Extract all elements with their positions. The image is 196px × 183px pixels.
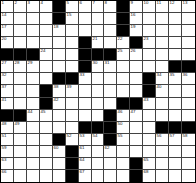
black-square	[66, 146, 79, 158]
black-square	[130, 158, 143, 170]
white-cell[interactable]	[92, 73, 105, 85]
white-cell[interactable]: 23	[143, 37, 156, 49]
white-cell[interactable]	[104, 158, 117, 170]
white-cell[interactable]: 43	[143, 98, 156, 110]
white-cell[interactable]: 57	[169, 134, 182, 146]
black-square	[92, 122, 105, 134]
white-cell[interactable]	[117, 146, 130, 158]
clue-number: 42	[53, 98, 58, 102]
clue-number: 5	[66, 1, 69, 5]
clue-number: 53	[79, 134, 84, 138]
white-cell[interactable]	[156, 98, 169, 110]
white-cell[interactable]: 38	[53, 85, 66, 97]
white-cell[interactable]	[27, 13, 40, 25]
white-cell[interactable]	[27, 122, 40, 134]
white-cell[interactable]	[27, 98, 40, 110]
white-cell[interactable]	[104, 37, 117, 49]
clue-number: 39	[66, 85, 71, 89]
clue-number: 26	[130, 49, 135, 53]
white-cell[interactable]: 3	[27, 1, 40, 13]
white-cell[interactable]: 63	[1, 158, 14, 170]
white-cell[interactable]	[66, 37, 79, 49]
white-cell[interactable]: 2	[14, 1, 27, 13]
white-cell[interactable]: 48	[1, 122, 14, 134]
white-cell[interactable]	[169, 13, 182, 25]
white-cell[interactable]: 20	[1, 37, 14, 49]
white-cell[interactable]: 14	[1, 13, 14, 25]
white-cell[interactable]	[92, 146, 105, 158]
white-cell[interactable]	[14, 134, 27, 146]
white-cell[interactable]: 24	[40, 49, 53, 61]
white-cell[interactable]: 18	[53, 25, 66, 37]
white-cell[interactable]	[117, 170, 130, 182]
white-cell[interactable]	[14, 85, 27, 97]
white-cell[interactable]	[117, 73, 130, 85]
white-cell[interactable]	[104, 13, 117, 25]
white-cell[interactable]	[40, 25, 53, 37]
black-square	[104, 49, 117, 61]
clue-number: 32	[1, 73, 6, 77]
white-cell[interactable]: 65	[143, 158, 156, 170]
clue-number: 33	[79, 73, 84, 77]
white-cell[interactable]: 27	[1, 61, 14, 73]
white-cell[interactable]	[27, 146, 40, 158]
white-cell[interactable]	[130, 85, 143, 97]
clue-number: 65	[143, 158, 148, 162]
clue-number: 23	[143, 37, 148, 41]
white-cell[interactable]	[79, 98, 92, 110]
black-square	[1, 110, 14, 122]
clue-number: 29	[27, 61, 32, 65]
clue-number: 7	[92, 1, 95, 5]
clue-number: 54	[92, 134, 97, 138]
white-cell[interactable]: 49	[14, 122, 27, 134]
white-cell[interactable]	[182, 98, 195, 110]
white-cell[interactable]: 50	[117, 122, 130, 134]
white-cell[interactable]	[40, 170, 53, 182]
black-square	[40, 98, 53, 110]
white-cell[interactable]	[53, 37, 66, 49]
white-cell[interactable]: 22	[117, 37, 130, 49]
black-square	[143, 85, 156, 97]
clue-number: 51	[1, 134, 6, 138]
clue-number: 13	[182, 1, 187, 5]
clue-number: 59	[1, 146, 6, 150]
black-square	[14, 49, 27, 61]
white-cell[interactable]	[143, 110, 156, 122]
white-cell[interactable]: 55	[117, 134, 130, 146]
white-cell[interactable]	[156, 110, 169, 122]
clue-number: 3	[27, 1, 30, 5]
white-cell[interactable]: 17	[1, 25, 14, 37]
black-square	[117, 25, 130, 37]
clue-number: 4	[40, 1, 43, 5]
white-cell[interactable]: 36	[182, 73, 195, 85]
white-cell[interactable]	[27, 134, 40, 146]
white-cell[interactable]	[156, 146, 169, 158]
white-cell[interactable]	[66, 25, 79, 37]
white-cell[interactable]: 54	[92, 134, 105, 146]
white-cell[interactable]	[169, 170, 182, 182]
white-cell[interactable]	[92, 158, 105, 170]
black-square	[130, 98, 143, 110]
white-cell[interactable]	[27, 37, 40, 49]
white-cell[interactable]	[143, 134, 156, 146]
white-cell[interactable]	[182, 25, 195, 37]
white-cell[interactable]: 32	[1, 73, 14, 85]
clue-number: 19	[130, 25, 135, 29]
white-cell[interactable]	[104, 170, 117, 182]
white-cell[interactable]: 67	[79, 170, 92, 182]
clue-number: 40	[156, 85, 161, 89]
clue-number: 63	[1, 158, 6, 162]
white-cell[interactable]: 42	[53, 98, 66, 110]
white-cell[interactable]: 64	[79, 158, 92, 170]
white-cell[interactable]: 53	[79, 134, 92, 146]
black-square	[27, 49, 40, 61]
clue-number: 14	[1, 13, 6, 17]
white-cell[interactable]: 47	[130, 110, 143, 122]
white-cell[interactable]	[130, 73, 143, 85]
white-cell[interactable]	[117, 61, 130, 73]
white-cell[interactable]	[40, 146, 53, 158]
white-cell[interactable]: 15	[66, 13, 79, 25]
black-square	[53, 13, 66, 25]
white-cell[interactable]	[104, 98, 117, 110]
clue-number: 37	[1, 85, 6, 89]
clue-number: 21	[92, 37, 97, 41]
clue-number: 68	[143, 170, 148, 174]
clue-number: 41	[1, 98, 6, 102]
white-cell[interactable]: 44	[27, 110, 40, 122]
white-cell[interactable]	[182, 158, 195, 170]
white-cell[interactable]	[14, 98, 27, 110]
clue-number: 36	[182, 73, 187, 77]
black-square	[130, 170, 143, 182]
white-cell[interactable]	[92, 13, 105, 25]
white-cell[interactable]	[182, 37, 195, 49]
white-cell[interactable]: 11	[156, 1, 169, 13]
white-cell[interactable]: 66	[1, 170, 14, 182]
white-cell[interactable]: 9	[130, 1, 143, 13]
clue-number: 50	[117, 122, 122, 126]
white-cell[interactable]	[169, 98, 182, 110]
white-cell[interactable]: 45	[40, 110, 53, 122]
clue-number: 20	[1, 37, 6, 41]
white-cell[interactable]: 60	[53, 146, 66, 158]
white-cell[interactable]: 4	[40, 1, 53, 13]
clue-number: 18	[53, 25, 58, 29]
black-square	[104, 122, 117, 134]
white-cell[interactable]	[182, 49, 195, 61]
white-cell[interactable]	[53, 110, 66, 122]
black-square	[182, 61, 195, 73]
black-square	[117, 98, 130, 110]
clue-number: 11	[156, 1, 161, 5]
white-cell[interactable]: 10	[143, 1, 156, 13]
white-cell[interactable]: 21	[92, 37, 105, 49]
clue-number: 27	[1, 61, 6, 65]
white-cell[interactable]	[104, 85, 117, 97]
white-cell[interactable]: 62	[104, 146, 117, 158]
clue-number: 57	[169, 134, 174, 138]
black-square	[40, 85, 53, 97]
white-cell[interactable]	[156, 13, 169, 25]
white-cell[interactable]	[40, 134, 53, 146]
black-square	[117, 1, 130, 13]
clue-number: 61	[79, 146, 84, 150]
white-cell[interactable]	[143, 146, 156, 158]
white-cell[interactable]	[92, 25, 105, 37]
black-square	[66, 158, 79, 170]
white-cell[interactable]	[27, 25, 40, 37]
clue-number: 43	[143, 98, 148, 102]
clue-number: 22	[117, 37, 122, 41]
white-cell[interactable]: 61	[79, 146, 92, 158]
white-cell[interactable]	[40, 37, 53, 49]
clue-number: 66	[1, 170, 6, 174]
white-cell[interactable]	[92, 110, 105, 122]
black-square	[156, 122, 169, 134]
white-cell[interactable]	[92, 85, 105, 97]
clue-number: 56	[156, 134, 161, 138]
white-cell[interactable]	[104, 25, 117, 37]
white-cell[interactable]	[27, 158, 40, 170]
white-cell[interactable]: 29	[27, 61, 40, 73]
white-cell[interactable]: 34	[156, 73, 169, 85]
white-cell[interactable]: 51	[1, 134, 14, 146]
clue-number: 15	[66, 13, 71, 17]
clue-number: 17	[1, 25, 6, 29]
white-cell[interactable]	[14, 25, 27, 37]
black-square	[104, 134, 117, 146]
white-cell[interactable]: 16	[130, 13, 143, 25]
white-cell[interactable]	[14, 158, 27, 170]
white-cell[interactable]: 1	[1, 1, 14, 13]
white-cell[interactable]	[143, 25, 156, 37]
black-square	[169, 61, 182, 73]
white-cell[interactable]	[117, 85, 130, 97]
white-cell[interactable]	[156, 25, 169, 37]
white-cell[interactable]	[156, 170, 169, 182]
white-cell[interactable]	[169, 37, 182, 49]
white-cell[interactable]: 30	[92, 61, 105, 73]
white-cell[interactable]	[169, 158, 182, 170]
white-cell[interactable]	[40, 73, 53, 85]
clue-number: 34	[156, 73, 161, 77]
white-cell[interactable]	[143, 122, 156, 134]
white-cell[interactable]	[143, 61, 156, 73]
white-cell[interactable]	[143, 49, 156, 61]
clue-number: 45	[40, 110, 45, 114]
white-cell[interactable]	[27, 170, 40, 182]
black-square	[53, 73, 66, 85]
white-cell[interactable]: 40	[156, 85, 169, 97]
white-cell[interactable]: 28	[14, 61, 27, 73]
white-cell[interactable]	[130, 61, 143, 73]
white-cell[interactable]	[104, 73, 117, 85]
clue-number: 10	[143, 1, 148, 5]
white-cell[interactable]	[14, 73, 27, 85]
white-cell[interactable]: 46	[117, 110, 130, 122]
white-cell[interactable]	[14, 37, 27, 49]
clue-number: 67	[79, 170, 84, 174]
white-cell[interactable]: 13	[182, 1, 195, 13]
white-cell[interactable]	[182, 13, 195, 25]
white-cell[interactable]	[182, 110, 195, 122]
white-cell[interactable]	[66, 61, 79, 73]
white-cell[interactable]: 25	[117, 49, 130, 61]
white-cell[interactable]	[27, 85, 40, 97]
white-cell[interactable]	[53, 61, 66, 73]
clue-number: 48	[1, 122, 6, 126]
black-square	[53, 134, 66, 146]
crossword-grid: 1234567891011121314151617181920212223242…	[0, 0, 196, 183]
white-cell[interactable]	[79, 110, 92, 122]
black-square	[79, 61, 92, 73]
white-cell[interactable]	[169, 110, 182, 122]
white-cell[interactable]	[14, 13, 27, 25]
black-square	[53, 1, 66, 13]
white-cell[interactable]	[92, 98, 105, 110]
clue-number: 8	[104, 1, 107, 5]
white-cell[interactable]	[169, 85, 182, 97]
white-cell[interactable]	[79, 85, 92, 97]
clue-number: 52	[66, 134, 71, 138]
white-cell[interactable]	[182, 146, 195, 158]
clue-number: 58	[182, 134, 187, 138]
clue-number: 62	[104, 146, 109, 150]
clue-number: 55	[117, 134, 122, 138]
white-cell[interactable]: 5	[66, 1, 79, 13]
white-cell[interactable]: 37	[1, 85, 14, 97]
white-cell[interactable]	[182, 85, 195, 97]
black-square	[66, 170, 79, 182]
clue-number: 47	[130, 110, 135, 114]
white-cell[interactable]: 6	[79, 1, 92, 13]
black-square	[79, 49, 92, 61]
white-cell[interactable]	[169, 146, 182, 158]
white-cell[interactable]	[40, 122, 53, 134]
white-cell[interactable]: 12	[169, 1, 182, 13]
black-square	[14, 110, 27, 122]
white-cell[interactable]: 19	[130, 25, 143, 37]
clue-number: 1	[1, 1, 4, 5]
clue-number: 31	[104, 61, 109, 65]
black-square	[117, 13, 130, 25]
white-cell[interactable]	[182, 170, 195, 182]
white-cell[interactable]: 26	[130, 49, 143, 61]
black-square	[79, 122, 92, 134]
clue-number: 9	[130, 1, 133, 5]
white-cell[interactable]	[130, 122, 143, 134]
clue-number: 12	[169, 1, 174, 5]
white-cell[interactable]	[130, 134, 143, 146]
white-cell[interactable]: 39	[66, 85, 79, 97]
white-cell[interactable]: 68	[143, 170, 156, 182]
clue-number: 44	[27, 110, 32, 114]
white-cell[interactable]	[169, 49, 182, 61]
black-square	[92, 49, 105, 61]
white-cell[interactable]	[53, 158, 66, 170]
white-cell[interactable]	[79, 13, 92, 25]
clue-number: 35	[169, 73, 174, 77]
white-cell[interactable]	[79, 25, 92, 37]
black-square	[66, 73, 79, 85]
white-cell[interactable]: 33	[79, 73, 92, 85]
black-square	[104, 110, 117, 122]
black-square	[1, 49, 14, 61]
white-cell[interactable]	[66, 122, 79, 134]
clue-number: 38	[53, 85, 58, 89]
white-cell[interactable]	[156, 37, 169, 49]
white-cell[interactable]: 52	[66, 134, 79, 146]
clue-number: 30	[92, 61, 97, 65]
white-cell[interactable]	[53, 49, 66, 61]
clue-number: 46	[117, 110, 122, 114]
black-square	[143, 73, 156, 85]
black-square	[130, 37, 143, 49]
white-cell[interactable]: 8	[104, 1, 117, 13]
black-square	[79, 37, 92, 49]
white-cell[interactable]: 35	[169, 73, 182, 85]
white-cell[interactable]	[156, 158, 169, 170]
white-cell[interactable]	[92, 170, 105, 182]
white-cell[interactable]	[156, 49, 169, 61]
white-cell[interactable]: 31	[104, 61, 117, 73]
white-cell[interactable]	[40, 61, 53, 73]
white-cell[interactable]	[143, 13, 156, 25]
white-cell[interactable]	[14, 146, 27, 158]
clue-number: 49	[14, 122, 19, 126]
white-cell[interactable]: 59	[1, 146, 14, 158]
white-cell[interactable]	[66, 98, 79, 110]
black-square	[182, 122, 195, 134]
clue-number: 64	[79, 158, 84, 162]
white-cell[interactable]	[130, 146, 143, 158]
white-cell[interactable]	[27, 73, 40, 85]
white-cell[interactable]	[156, 61, 169, 73]
white-cell[interactable]	[66, 110, 79, 122]
white-cell[interactable]: 58	[182, 134, 195, 146]
clue-number: 16	[130, 13, 135, 17]
clue-number: 28	[14, 61, 19, 65]
white-cell[interactable]	[40, 158, 53, 170]
white-cell[interactable]	[66, 49, 79, 61]
clue-number: 6	[79, 1, 82, 5]
white-cell[interactable]	[53, 122, 66, 134]
clue-number: 25	[117, 49, 122, 53]
clue-number: 60	[53, 146, 58, 150]
white-cell[interactable]: 41	[1, 98, 14, 110]
clue-number: 2	[14, 1, 17, 5]
white-cell[interactable]	[169, 25, 182, 37]
white-cell[interactable]	[53, 170, 66, 182]
white-cell[interactable]	[40, 13, 53, 25]
white-cell[interactable]: 7	[92, 1, 105, 13]
clue-number: 24	[40, 49, 45, 53]
black-square	[169, 122, 182, 134]
white-cell[interactable]	[14, 170, 27, 182]
white-cell[interactable]	[117, 158, 130, 170]
white-cell[interactable]: 56	[156, 134, 169, 146]
